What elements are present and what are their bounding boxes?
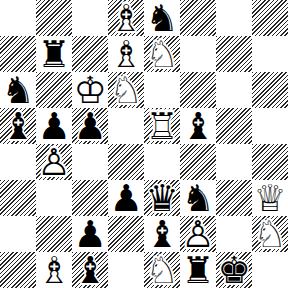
square-d5[interactable] xyxy=(108,108,144,144)
piece-black-bishop-e2: ♝ xyxy=(144,217,180,253)
square-h8[interactable] xyxy=(252,0,288,36)
white-piece-fill-silhouette: ♜ xyxy=(143,108,181,146)
square-h5[interactable] xyxy=(252,108,288,144)
square-a6[interactable]: ♞ xyxy=(0,72,36,108)
square-c1[interactable]: ♝ xyxy=(72,252,108,288)
square-b5[interactable]: ♟ xyxy=(36,108,72,144)
square-h6[interactable] xyxy=(252,72,288,108)
white-piece-fill-silhouette: ♟ xyxy=(35,144,73,182)
white-piece-outline-glyph: ♘ xyxy=(108,73,144,109)
square-c6[interactable]: ♚♔ xyxy=(72,72,108,108)
piece-black-bishop-f5: ♝ xyxy=(180,109,216,145)
white-piece-outline-glyph: ♕ xyxy=(252,181,288,217)
square-h4[interactable] xyxy=(252,144,288,180)
square-f8[interactable] xyxy=(180,0,216,36)
square-b8[interactable] xyxy=(36,0,72,36)
piece-black-knight-a6: ♞ xyxy=(0,73,36,109)
piece-black-bishop-a5: ♝ xyxy=(0,109,36,145)
piece-white-bishop-d7: ♝♗ xyxy=(108,37,144,73)
white-piece-fill-silhouette: ♞ xyxy=(143,252,181,288)
square-g3[interactable] xyxy=(216,180,252,216)
white-piece-fill-silhouette: ♚ xyxy=(71,72,109,110)
piece-white-bishop-d8: ♝♗ xyxy=(108,1,144,37)
square-a3[interactable] xyxy=(0,180,36,216)
square-b4[interactable]: ♟♙ xyxy=(36,144,72,180)
black-piece-glyph: ♞ xyxy=(0,73,36,109)
square-a4[interactable] xyxy=(0,144,36,180)
square-c3[interactable] xyxy=(72,180,108,216)
square-h2[interactable]: ♞♘ xyxy=(252,216,288,252)
white-piece-outline-glyph: ♗ xyxy=(36,253,72,288)
square-d1[interactable] xyxy=(108,252,144,288)
black-piece-glyph: ♝ xyxy=(0,109,36,145)
black-piece-glyph: ♛ xyxy=(144,181,180,217)
square-d6[interactable]: ♞♘ xyxy=(108,72,144,108)
piece-white-bishop-b1: ♝♗ xyxy=(36,253,72,288)
white-piece-fill-silhouette: ♞ xyxy=(107,72,145,110)
black-piece-glyph: ♟ xyxy=(72,217,108,253)
piece-black-pawn-c5: ♟ xyxy=(72,109,108,145)
square-h7[interactable] xyxy=(252,36,288,72)
piece-white-knight-e7: ♞♘ xyxy=(144,37,180,73)
white-piece-outline-glyph: ♘ xyxy=(144,37,180,73)
piece-white-pawn-b4: ♟♙ xyxy=(36,145,72,181)
black-piece-glyph: ♟ xyxy=(108,181,144,217)
white-piece-outline-glyph: ♖ xyxy=(144,109,180,145)
white-piece-fill-silhouette: ♞ xyxy=(251,216,288,254)
square-b3[interactable] xyxy=(36,180,72,216)
piece-black-bishop-c1: ♝ xyxy=(72,253,108,288)
black-piece-glyph: ♞ xyxy=(144,1,180,37)
square-e1[interactable]: ♞♘ xyxy=(144,252,180,288)
square-b2[interactable] xyxy=(36,216,72,252)
piece-black-queen-e3: ♛ xyxy=(144,181,180,217)
white-piece-fill-silhouette: ♝ xyxy=(107,0,145,38)
square-f1[interactable]: ♜ xyxy=(180,252,216,288)
square-c8[interactable] xyxy=(72,0,108,36)
square-c4[interactable] xyxy=(72,144,108,180)
black-piece-glyph: ♞ xyxy=(180,181,216,217)
piece-black-rook-f1: ♜ xyxy=(180,253,216,288)
piece-black-pawn-b5: ♟ xyxy=(36,109,72,145)
square-a1[interactable] xyxy=(0,252,36,288)
piece-black-knight-f3: ♞ xyxy=(180,181,216,217)
square-g1[interactable]: ♚ xyxy=(216,252,252,288)
square-g4[interactable] xyxy=(216,144,252,180)
square-d2[interactable] xyxy=(108,216,144,252)
square-c7[interactable] xyxy=(72,36,108,72)
square-e5[interactable]: ♜♖ xyxy=(144,108,180,144)
square-g6[interactable] xyxy=(216,72,252,108)
square-h3[interactable]: ♛♕ xyxy=(252,180,288,216)
piece-white-knight-h2: ♞♘ xyxy=(252,217,288,253)
square-g2[interactable] xyxy=(216,216,252,252)
white-piece-fill-silhouette: ♛ xyxy=(251,180,288,218)
square-c2[interactable]: ♟ xyxy=(72,216,108,252)
square-f2[interactable]: ♟♙ xyxy=(180,216,216,252)
black-piece-glyph: ♜ xyxy=(36,37,72,73)
square-d4[interactable] xyxy=(108,144,144,180)
square-f6[interactable] xyxy=(180,72,216,108)
black-piece-glyph: ♟ xyxy=(72,109,108,145)
square-g7[interactable] xyxy=(216,36,252,72)
piece-black-knight-e8: ♞ xyxy=(144,1,180,37)
white-piece-fill-silhouette: ♝ xyxy=(35,252,73,288)
piece-white-rook-e5: ♜♖ xyxy=(144,109,180,145)
square-f4[interactable] xyxy=(180,144,216,180)
square-e2[interactable]: ♝ xyxy=(144,216,180,252)
piece-black-pawn-d3: ♟ xyxy=(108,181,144,217)
white-piece-outline-glyph: ♗ xyxy=(108,37,144,73)
chess-board: ♝♗♞♜♝♗♞♘♞♚♔♞♘♝♟♟♜♖♝♟♙♟♛♞♛♕♟♝♟♙♞♘♝♗♝♞♘♜♚ xyxy=(0,0,288,288)
square-g5[interactable] xyxy=(216,108,252,144)
piece-white-knight-e1: ♞♘ xyxy=(144,253,180,288)
square-b7[interactable]: ♜ xyxy=(36,36,72,72)
square-e6[interactable] xyxy=(144,72,180,108)
square-h1[interactable] xyxy=(252,252,288,288)
square-b1[interactable]: ♝♗ xyxy=(36,252,72,288)
white-piece-outline-glyph: ♔ xyxy=(72,73,108,109)
square-d3[interactable]: ♟ xyxy=(108,180,144,216)
white-piece-fill-silhouette: ♝ xyxy=(107,36,145,74)
square-f3[interactable]: ♞ xyxy=(180,180,216,216)
white-piece-outline-glyph: ♗ xyxy=(108,1,144,37)
piece-white-king-c6: ♚♔ xyxy=(72,73,108,109)
black-piece-glyph: ♚ xyxy=(216,253,252,288)
square-f7[interactable] xyxy=(180,36,216,72)
square-f5[interactable]: ♝ xyxy=(180,108,216,144)
black-piece-glyph: ♝ xyxy=(144,217,180,253)
black-piece-glyph: ♟ xyxy=(36,109,72,145)
square-c5[interactable]: ♟ xyxy=(72,108,108,144)
piece-black-pawn-c2: ♟ xyxy=(72,217,108,253)
black-piece-glyph: ♝ xyxy=(72,253,108,288)
black-piece-glyph: ♝ xyxy=(180,109,216,145)
white-piece-fill-silhouette: ♞ xyxy=(143,36,181,74)
piece-white-queen-h3: ♛♕ xyxy=(252,181,288,217)
piece-white-knight-d6: ♞♘ xyxy=(108,73,144,109)
square-g8[interactable] xyxy=(216,0,252,36)
square-a2[interactable] xyxy=(0,216,36,252)
square-d8[interactable]: ♝♗ xyxy=(108,0,144,36)
white-piece-outline-glyph: ♙ xyxy=(36,145,72,181)
white-piece-outline-glyph: ♘ xyxy=(144,253,180,288)
square-a5[interactable]: ♝ xyxy=(0,108,36,144)
square-e8[interactable]: ♞ xyxy=(144,0,180,36)
square-d7[interactable]: ♝♗ xyxy=(108,36,144,72)
piece-white-pawn-f2: ♟♙ xyxy=(180,217,216,253)
square-e3[interactable]: ♛ xyxy=(144,180,180,216)
square-e4[interactable] xyxy=(144,144,180,180)
square-a8[interactable] xyxy=(0,0,36,36)
white-piece-outline-glyph: ♘ xyxy=(252,217,288,253)
piece-black-rook-b7: ♜ xyxy=(36,37,72,73)
square-a7[interactable] xyxy=(0,36,36,72)
square-b6[interactable] xyxy=(36,72,72,108)
square-e7[interactable]: ♞♘ xyxy=(144,36,180,72)
white-piece-outline-glyph: ♙ xyxy=(180,217,216,253)
black-piece-glyph: ♜ xyxy=(180,253,216,288)
piece-black-king-g1: ♚ xyxy=(216,253,252,288)
white-piece-fill-silhouette: ♟ xyxy=(179,216,217,254)
